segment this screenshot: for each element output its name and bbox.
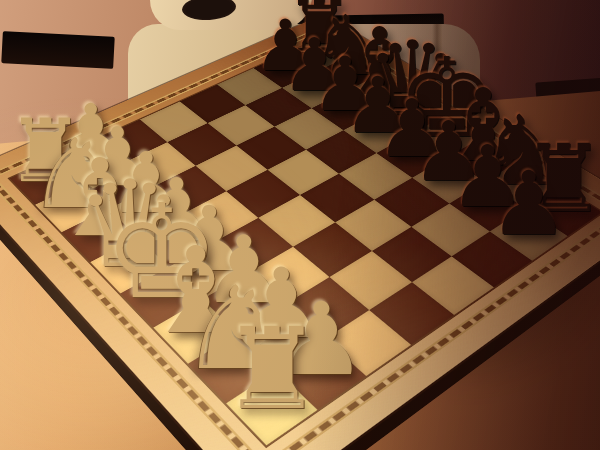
piece-white-rook-h1[interactable]: ♜ xyxy=(221,313,322,426)
pieces-layer: ♜♞♝♛♚♝♞♜♟♟♟♟♟♟♟♟♟♟♟♟♟♟♟♟♜♞♝♛♚♝♞♜ xyxy=(0,0,600,450)
scene: ♜♞♝♛♚♝♞♜♟♟♟♟♟♟♟♟♟♟♟♟♟♟♟♟♜♞♝♛♚♝♞♜ xyxy=(0,0,600,450)
piece-black-pawn-h7[interactable]: ♟ xyxy=(489,160,568,248)
